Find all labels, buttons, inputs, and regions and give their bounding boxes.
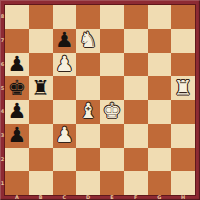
square-b3[interactable] [29, 124, 53, 148]
white-rook-h5[interactable]: ♜ [174, 77, 193, 98]
rank-label-6: 6 [1, 62, 5, 67]
square-e4[interactable]: ♚ [100, 100, 124, 124]
file-label-d: D [83, 195, 93, 200]
square-b2[interactable] [29, 148, 53, 172]
square-e7[interactable] [100, 29, 124, 53]
black-pawn-a3[interactable]: ♟ [7, 125, 26, 146]
file-label-f: F [131, 195, 141, 200]
rank-label-4: 4 [1, 109, 5, 114]
square-h8[interactable] [171, 5, 195, 29]
square-a8[interactable] [5, 5, 29, 29]
rank-label-2: 2 [1, 157, 5, 162]
square-b8[interactable] [29, 5, 53, 29]
square-e2[interactable] [100, 148, 124, 172]
square-a4[interactable]: ♟ [5, 100, 29, 124]
black-rook-b5[interactable]: ♜ [31, 77, 50, 98]
square-h4[interactable] [171, 100, 195, 124]
square-h6[interactable] [171, 53, 195, 77]
square-g3[interactable] [148, 124, 172, 148]
square-g7[interactable] [148, 29, 172, 53]
square-b5[interactable]: ♜ [29, 76, 53, 100]
square-c7[interactable]: ♟ [53, 29, 77, 53]
file-label-a: A [12, 195, 22, 200]
square-d5[interactable] [76, 76, 100, 100]
black-pawn-c7[interactable]: ♟ [55, 30, 74, 51]
square-f3[interactable] [124, 124, 148, 148]
square-c2[interactable] [53, 148, 77, 172]
file-label-h: H [178, 195, 188, 200]
white-pawn-c6[interactable]: ♟ [55, 53, 74, 74]
square-h5[interactable]: ♜ [171, 76, 195, 100]
square-h3[interactable] [171, 124, 195, 148]
square-e8[interactable] [100, 5, 124, 29]
square-h2[interactable] [171, 148, 195, 172]
square-a3[interactable]: ♟ [5, 124, 29, 148]
square-a1[interactable] [5, 171, 29, 195]
black-pawn-a4[interactable]: ♟ [7, 101, 26, 122]
square-c4[interactable] [53, 100, 77, 124]
square-c3[interactable]: ♟ [53, 124, 77, 148]
white-bishop-d4[interactable]: ♝ [79, 101, 98, 122]
black-king-a5[interactable]: ♚ [7, 77, 26, 98]
square-c6[interactable]: ♟ [53, 53, 77, 77]
black-pawn-a6[interactable]: ♟ [7, 53, 26, 74]
square-g6[interactable] [148, 53, 172, 77]
square-d8[interactable] [76, 5, 100, 29]
square-b6[interactable] [29, 53, 53, 77]
square-c8[interactable] [53, 5, 77, 29]
square-d2[interactable] [76, 148, 100, 172]
square-e1[interactable] [100, 171, 124, 195]
square-a5[interactable]: ♚ [5, 76, 29, 100]
rank-label-3: 3 [1, 133, 5, 138]
rank-label-5: 5 [1, 86, 5, 91]
rank-label-7: 7 [1, 38, 5, 43]
square-a2[interactable] [5, 148, 29, 172]
square-d4[interactable]: ♝ [76, 100, 100, 124]
square-h1[interactable] [171, 171, 195, 195]
file-label-c: C [59, 195, 69, 200]
square-f6[interactable] [124, 53, 148, 77]
white-pawn-c3[interactable]: ♟ [55, 125, 74, 146]
square-e5[interactable] [100, 76, 124, 100]
square-g1[interactable] [148, 171, 172, 195]
square-f2[interactable] [124, 148, 148, 172]
rank-label-1: 1 [1, 181, 5, 186]
white-knight-d7[interactable]: ♞ [79, 30, 98, 51]
square-c1[interactable] [53, 171, 77, 195]
square-g5[interactable] [148, 76, 172, 100]
chess-board-frame: ♟♞♟♟♚♜♜♟♝♚♟♟ 87654321ABCDEFGH [0, 0, 200, 200]
square-f8[interactable] [124, 5, 148, 29]
square-c5[interactable] [53, 76, 77, 100]
square-f5[interactable] [124, 76, 148, 100]
square-b1[interactable] [29, 171, 53, 195]
square-a7[interactable] [5, 29, 29, 53]
square-b7[interactable] [29, 29, 53, 53]
white-king-e4[interactable]: ♚ [102, 101, 121, 122]
square-g4[interactable] [148, 100, 172, 124]
file-label-b: B [36, 195, 46, 200]
square-b4[interactable] [29, 100, 53, 124]
chess-board: ♟♞♟♟♚♜♜♟♝♚♟♟ [5, 5, 195, 195]
square-f7[interactable] [124, 29, 148, 53]
file-label-e: E [107, 195, 117, 200]
square-d6[interactable] [76, 53, 100, 77]
square-g8[interactable] [148, 5, 172, 29]
square-d7[interactable]: ♞ [76, 29, 100, 53]
square-f1[interactable] [124, 171, 148, 195]
square-g2[interactable] [148, 148, 172, 172]
square-f4[interactable] [124, 100, 148, 124]
square-h7[interactable] [171, 29, 195, 53]
square-d1[interactable] [76, 171, 100, 195]
square-a6[interactable]: ♟ [5, 53, 29, 77]
square-e3[interactable] [100, 124, 124, 148]
square-e6[interactable] [100, 53, 124, 77]
file-label-g: G [154, 195, 164, 200]
square-d3[interactable] [76, 124, 100, 148]
rank-label-8: 8 [1, 14, 5, 19]
